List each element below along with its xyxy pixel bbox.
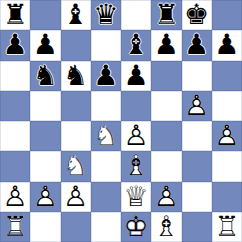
black-bishop: ♝ [121,30,151,60]
square-c1[interactable] [61,212,91,242]
black-pawn: ♟ [212,30,242,60]
square-e4[interactable]: ♟♙ [121,121,151,151]
square-a5[interactable] [0,91,30,121]
black-rook: ♜ [0,0,30,30]
square-g8[interactable]: ♚ [182,0,212,30]
square-b5[interactable] [30,91,60,121]
white-pawn: ♟♙ [30,182,60,212]
square-h2[interactable] [212,182,242,212]
white-bishop: ♝♗ [121,151,151,181]
white-knight: ♞♘ [91,121,121,151]
black-king: ♚ [182,0,212,30]
square-c3[interactable]: ♞♘ [61,151,91,181]
square-a8[interactable]: ♜ [0,0,30,30]
square-d4[interactable]: ♞♘ [91,121,121,151]
square-b7[interactable]: ♟ [30,30,60,60]
white-pawn: ♟♙ [182,91,212,121]
square-b4[interactable] [30,121,60,151]
square-f7[interactable]: ♟ [151,30,181,60]
square-h7[interactable]: ♟ [212,30,242,60]
black-knight: ♞ [61,61,91,91]
white-pawn: ♟♙ [151,182,181,212]
white-pawn: ♟♙ [212,121,242,151]
square-b3[interactable] [30,151,60,181]
square-d2[interactable] [91,182,121,212]
black-queen: ♛ [91,0,121,30]
square-e2[interactable]: ♛♕ [121,182,151,212]
square-e1[interactable]: ♚♔ [121,212,151,242]
square-h8[interactable] [212,0,242,30]
white-queen: ♛♕ [121,182,151,212]
square-e5[interactable] [121,91,151,121]
square-g1[interactable] [182,212,212,242]
square-f8[interactable]: ♜ [151,0,181,30]
square-f5[interactable] [151,91,181,121]
square-d1[interactable] [91,212,121,242]
square-f4[interactable] [151,121,181,151]
square-e8[interactable] [121,0,151,30]
black-pawn: ♟ [30,30,60,60]
black-bishop: ♝ [61,0,91,30]
square-b2[interactable]: ♟♙ [30,182,60,212]
white-king: ♚♔ [121,212,151,242]
square-a7[interactable]: ♟ [0,30,30,60]
square-b8[interactable] [30,0,60,30]
square-h6[interactable] [212,61,242,91]
white-pawn: ♟♙ [61,182,91,212]
square-a4[interactable] [0,121,30,151]
chess-board: ♜♝♛♜♚♟♟♝♟♟♟♞♞♟♟♟♙♞♘♟♙♟♙♞♘♝♗♟♙♟♙♟♙♛♕♟♙♜♖♚… [0,0,242,242]
black-pawn: ♟ [0,30,30,60]
white-pawn: ♟♙ [0,182,30,212]
square-c5[interactable] [61,91,91,121]
square-d5[interactable] [91,91,121,121]
square-d3[interactable] [91,151,121,181]
square-g4[interactable] [182,121,212,151]
square-c4[interactable] [61,121,91,151]
white-knight: ♞♘ [61,151,91,181]
white-bishop: ♝♗ [151,212,181,242]
square-f3[interactable] [151,151,181,181]
square-c2[interactable]: ♟♙ [61,182,91,212]
square-h1[interactable]: ♜♖ [212,212,242,242]
square-b6[interactable]: ♞ [30,61,60,91]
square-a3[interactable] [0,151,30,181]
black-knight: ♞ [30,61,60,91]
square-a1[interactable]: ♜♖ [0,212,30,242]
square-f6[interactable] [151,61,181,91]
square-a6[interactable] [0,61,30,91]
square-e7[interactable]: ♝ [121,30,151,60]
black-rook: ♜ [151,0,181,30]
square-e3[interactable]: ♝♗ [121,151,151,181]
square-d6[interactable]: ♟ [91,61,121,91]
square-h3[interactable] [212,151,242,181]
black-pawn: ♟ [182,30,212,60]
square-c7[interactable] [61,30,91,60]
square-d7[interactable] [91,30,121,60]
square-f2[interactable]: ♟♙ [151,182,181,212]
black-pawn: ♟ [121,61,151,91]
square-e6[interactable]: ♟ [121,61,151,91]
square-c8[interactable]: ♝ [61,0,91,30]
square-g2[interactable] [182,182,212,212]
white-rook: ♜♖ [212,212,242,242]
square-g6[interactable] [182,61,212,91]
square-g7[interactable]: ♟ [182,30,212,60]
square-g3[interactable] [182,151,212,181]
black-pawn: ♟ [151,30,181,60]
square-a2[interactable]: ♟♙ [0,182,30,212]
white-pawn: ♟♙ [121,121,151,151]
square-h4[interactable]: ♟♙ [212,121,242,151]
square-b1[interactable] [30,212,60,242]
square-g5[interactable]: ♟♙ [182,91,212,121]
square-d8[interactable]: ♛ [91,0,121,30]
black-pawn: ♟ [91,61,121,91]
white-rook: ♜♖ [0,212,30,242]
square-c6[interactable]: ♞ [61,61,91,91]
square-f1[interactable]: ♝♗ [151,212,181,242]
square-h5[interactable] [212,91,242,121]
